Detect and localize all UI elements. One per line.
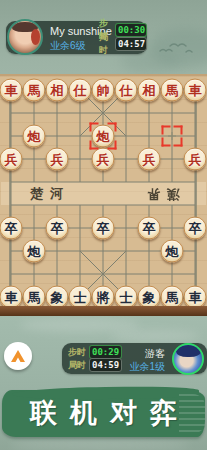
opponent-game-clock: 局时 04:57 xyxy=(99,38,147,50)
xiangqi-piece-red-仕[interactable]: 仕 xyxy=(115,79,138,102)
xiangqi-piece-red-兵[interactable]: 兵 xyxy=(0,148,23,171)
xiangqi-piece-red-相[interactable]: 相 xyxy=(46,79,69,102)
cloud-wisp xyxy=(110,330,200,342)
xiangqi-piece-red-帥[interactable]: 帥 xyxy=(92,79,115,102)
xiangqi-app: My sunshine 业余6级 步时 00:30 局时 04:57 楚河 漢界… xyxy=(0,0,207,450)
pieces-layer: 車馬相仕帥仕相馬車炮炮兵兵兵兵兵卒卒卒卒卒炮炮車馬象士將士象馬車 xyxy=(0,76,207,308)
xiangqi-piece-red-兵[interactable]: 兵 xyxy=(46,148,69,171)
xiangqi-piece-red-馬[interactable]: 馬 xyxy=(23,79,46,102)
home-icon xyxy=(10,349,26,363)
birds-icon xyxy=(158,36,200,56)
xiangqi-piece-black-炮[interactable]: 炮 xyxy=(23,240,46,263)
xiangqi-piece-black-卒[interactable]: 卒 xyxy=(0,217,23,240)
xiangqi-piece-red-兵[interactable]: 兵 xyxy=(138,148,161,171)
home-button[interactable] xyxy=(4,342,32,370)
xiangqi-piece-red-相[interactable]: 相 xyxy=(138,79,161,102)
xiangqi-piece-red-炮[interactable]: 炮 xyxy=(23,125,46,148)
xiangqi-piece-red-兵[interactable]: 兵 xyxy=(92,148,115,171)
xiangqi-piece-red-馬[interactable]: 馬 xyxy=(161,79,184,102)
cloud-wisp xyxy=(20,318,140,332)
player-step-time: 00:29 xyxy=(89,345,122,359)
opponent-level: 业余6级 xyxy=(50,39,86,53)
board-wood-edge xyxy=(0,306,207,316)
xiangqi-piece-red-兵[interactable]: 兵 xyxy=(184,148,207,171)
player-name: 游客 xyxy=(145,347,165,361)
xiangqi-piece-black-卒[interactable]: 卒 xyxy=(46,217,69,240)
xiangqi-piece-red-仕[interactable]: 仕 xyxy=(69,79,92,102)
opponent-avatar[interactable] xyxy=(7,19,43,55)
xiangqi-piece-black-炮[interactable]: 炮 xyxy=(161,240,184,263)
xiangqi-piece-red-車[interactable]: 車 xyxy=(184,79,207,102)
xiangqi-piece-red-車[interactable]: 車 xyxy=(0,79,23,102)
player-avatar[interactable] xyxy=(172,343,204,375)
player-step-clock: 步时 00:29 xyxy=(68,346,122,358)
selected-piece-marker xyxy=(90,123,117,150)
game-time-label: 局时 xyxy=(68,359,86,372)
cloud-wisp xyxy=(10,440,190,450)
player-game-clock: 局时 04:59 xyxy=(68,359,122,371)
banner-text: 联机对弈 xyxy=(2,390,205,437)
opponent-game-time: 04:57 xyxy=(115,37,147,51)
xiangqi-piece-black-卒[interactable]: 卒 xyxy=(184,217,207,240)
player-level: 业余1级 xyxy=(129,360,165,374)
player-game-time: 04:59 xyxy=(89,358,122,372)
xiangqi-piece-black-卒[interactable]: 卒 xyxy=(138,217,161,240)
game-time-label: 局时 xyxy=(99,31,112,57)
opponent-step-time: 00:30 xyxy=(115,23,147,37)
online-play-banner[interactable]: 联机对弈 xyxy=(2,390,205,437)
xiangqi-board[interactable]: 楚河 漢界 車馬相仕帥仕相馬車炮炮兵兵兵兵兵卒卒卒卒卒炮炮車馬象士將士象馬車 xyxy=(0,74,207,308)
xiangqi-piece-black-卒[interactable]: 卒 xyxy=(92,217,115,240)
move-origin-marker xyxy=(162,126,183,147)
step-time-label: 步时 xyxy=(68,346,86,359)
